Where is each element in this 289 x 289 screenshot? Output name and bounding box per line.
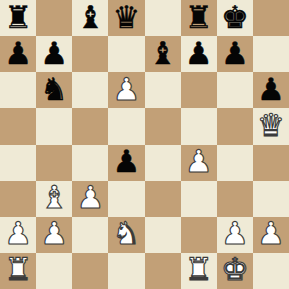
white-pawn-piece[interactable]: ♟ [4, 218, 32, 249]
square-h3[interactable] [253, 181, 289, 217]
square-a8[interactable]: ♜ [0, 0, 36, 36]
square-e8[interactable] [145, 0, 181, 36]
square-e2[interactable] [145, 217, 181, 253]
square-h2[interactable]: ♟ [253, 217, 289, 253]
square-c4[interactable] [72, 145, 108, 181]
white-knight-piece[interactable]: ♞ [113, 218, 141, 249]
black-pawn-piece[interactable]: ♟ [113, 146, 141, 177]
white-pawn-piece[interactable]: ♟ [257, 218, 285, 249]
black-bishop-piece[interactable]: ♝ [149, 38, 177, 69]
black-pawn-piece[interactable]: ♟ [185, 38, 213, 69]
square-c7[interactable] [72, 36, 108, 72]
square-g4[interactable] [217, 145, 253, 181]
square-c3[interactable]: ♟ [72, 181, 108, 217]
square-g2[interactable]: ♟ [217, 217, 253, 253]
square-b8[interactable] [36, 0, 72, 36]
square-e1[interactable] [145, 253, 181, 289]
square-e3[interactable] [145, 181, 181, 217]
square-h4[interactable] [253, 145, 289, 181]
square-f4[interactable]: ♟ [181, 145, 217, 181]
square-a3[interactable] [0, 181, 36, 217]
square-g6[interactable] [217, 72, 253, 108]
square-e4[interactable] [145, 145, 181, 181]
black-queen-piece[interactable]: ♛ [113, 2, 141, 33]
square-g5[interactable] [217, 108, 253, 144]
square-f2[interactable] [181, 217, 217, 253]
square-d2[interactable]: ♞ [108, 217, 144, 253]
square-a7[interactable]: ♟ [0, 36, 36, 72]
square-e6[interactable] [145, 72, 181, 108]
black-rook-piece[interactable]: ♜ [4, 2, 32, 33]
square-c6[interactable] [72, 72, 108, 108]
square-a6[interactable] [0, 72, 36, 108]
square-f7[interactable]: ♟ [181, 36, 217, 72]
black-bishop-piece[interactable]: ♝ [76, 2, 104, 33]
white-pawn-piece[interactable]: ♟ [40, 218, 68, 249]
white-pawn-piece[interactable]: ♟ [76, 182, 104, 213]
square-g1[interactable]: ♚ [217, 253, 253, 289]
square-d3[interactable] [108, 181, 144, 217]
square-d7[interactable] [108, 36, 144, 72]
square-b3[interactable]: ♝ [36, 181, 72, 217]
square-f1[interactable]: ♜ [181, 253, 217, 289]
square-h5[interactable]: ♛ [253, 108, 289, 144]
square-a2[interactable]: ♟ [0, 217, 36, 253]
square-c1[interactable] [72, 253, 108, 289]
square-f3[interactable] [181, 181, 217, 217]
white-rook-piece[interactable]: ♜ [4, 254, 32, 285]
square-d8[interactable]: ♛ [108, 0, 144, 36]
square-e5[interactable] [145, 108, 181, 144]
square-g3[interactable] [217, 181, 253, 217]
square-d1[interactable] [108, 253, 144, 289]
square-b4[interactable] [36, 145, 72, 181]
square-d5[interactable] [108, 108, 144, 144]
white-queen-piece[interactable]: ♛ [257, 110, 285, 141]
square-a1[interactable]: ♜ [0, 253, 36, 289]
square-f6[interactable] [181, 72, 217, 108]
black-knight-piece[interactable]: ♞ [40, 74, 68, 105]
black-pawn-piece[interactable]: ♟ [257, 74, 285, 105]
square-d4[interactable]: ♟ [108, 145, 144, 181]
white-bishop-piece[interactable]: ♝ [40, 182, 68, 213]
square-b2[interactable]: ♟ [36, 217, 72, 253]
black-pawn-piece[interactable]: ♟ [4, 38, 32, 69]
square-c8[interactable]: ♝ [72, 0, 108, 36]
square-b7[interactable]: ♟ [36, 36, 72, 72]
square-h7[interactable] [253, 36, 289, 72]
square-f8[interactable]: ♜ [181, 0, 217, 36]
black-pawn-piece[interactable]: ♟ [40, 38, 68, 69]
black-rook-piece[interactable]: ♜ [185, 2, 213, 33]
black-pawn-piece[interactable]: ♟ [221, 38, 249, 69]
square-c2[interactable] [72, 217, 108, 253]
square-h1[interactable] [253, 253, 289, 289]
square-b1[interactable] [36, 253, 72, 289]
square-g8[interactable]: ♚ [217, 0, 253, 36]
white-rook-piece[interactable]: ♜ [185, 254, 213, 285]
white-king-piece[interactable]: ♚ [221, 254, 249, 285]
square-d6[interactable]: ♟ [108, 72, 144, 108]
square-g7[interactable]: ♟ [217, 36, 253, 72]
square-a5[interactable] [0, 108, 36, 144]
white-pawn-piece[interactable]: ♟ [185, 146, 213, 177]
black-king-piece[interactable]: ♚ [221, 2, 249, 33]
square-b6[interactable]: ♞ [36, 72, 72, 108]
square-f5[interactable] [181, 108, 217, 144]
square-a4[interactable] [0, 145, 36, 181]
chess-board: ♜♝♛♜♚♟♟♝♟♟♞♟♟♛♟♟♝♟♟♟♞♟♟♜♜♚ [0, 0, 289, 289]
square-e7[interactable]: ♝ [145, 36, 181, 72]
white-pawn-piece[interactable]: ♟ [221, 218, 249, 249]
square-b5[interactable] [36, 108, 72, 144]
white-pawn-piece[interactable]: ♟ [113, 74, 141, 105]
square-c5[interactable] [72, 108, 108, 144]
square-h8[interactable] [253, 0, 289, 36]
square-h6[interactable]: ♟ [253, 72, 289, 108]
